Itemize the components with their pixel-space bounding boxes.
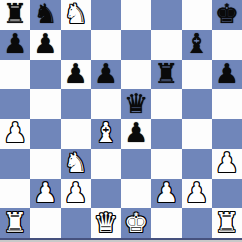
square-e2[interactable] [121, 179, 151, 209]
square-f8[interactable] [151, 0, 181, 30]
square-d5[interactable] [91, 89, 121, 119]
chess-board[interactable]: ♜♞♞♚♟♟♝♟♟♜♟♛♟♝♟♞♟♟♟♟♟♜♛♚♜ [0, 0, 242, 240]
square-b7[interactable]: ♟ [30, 30, 60, 60]
square-a4[interactable]: ♟ [0, 119, 30, 149]
square-a2[interactable] [0, 179, 30, 209]
piece-white-rook[interactable]: ♜ [215, 209, 239, 236]
piece-black-pawn[interactable]: ♟ [64, 60, 88, 87]
square-c8[interactable]: ♞ [61, 0, 91, 30]
square-h5[interactable] [212, 89, 242, 119]
square-d6[interactable]: ♟ [91, 60, 121, 90]
piece-white-bishop[interactable]: ♝ [94, 119, 118, 146]
square-b5[interactable] [30, 89, 60, 119]
square-c5[interactable] [61, 89, 91, 119]
piece-black-pawn[interactable]: ♟ [215, 60, 239, 87]
square-e8[interactable] [121, 0, 151, 30]
square-h1[interactable]: ♜ [212, 208, 242, 238]
square-e1[interactable]: ♚ [121, 208, 151, 238]
square-e4[interactable]: ♟ [121, 119, 151, 149]
square-e3[interactable] [121, 149, 151, 179]
square-b4[interactable] [30, 119, 60, 149]
square-f3[interactable] [151, 149, 181, 179]
square-b1[interactable] [30, 208, 60, 238]
square-b6[interactable] [30, 60, 60, 90]
square-h2[interactable] [212, 179, 242, 209]
square-g1[interactable] [182, 208, 212, 238]
square-d2[interactable] [91, 179, 121, 209]
piece-white-pawn[interactable]: ♟ [3, 119, 27, 146]
square-h6[interactable]: ♟ [212, 60, 242, 90]
square-c4[interactable] [61, 119, 91, 149]
square-h8[interactable]: ♚ [212, 0, 242, 30]
piece-black-pawn[interactable]: ♟ [124, 119, 148, 146]
piece-black-bishop[interactable]: ♝ [185, 30, 209, 57]
piece-black-queen[interactable]: ♛ [124, 90, 148, 117]
square-d3[interactable] [91, 149, 121, 179]
piece-white-pawn[interactable]: ♟ [64, 179, 88, 206]
piece-black-pawn[interactable]: ♟ [94, 60, 118, 87]
piece-white-pawn[interactable]: ♟ [185, 179, 209, 206]
square-f2[interactable]: ♟ [151, 179, 181, 209]
piece-white-pawn[interactable]: ♟ [154, 179, 178, 206]
square-e5[interactable]: ♛ [121, 89, 151, 119]
square-f4[interactable] [151, 119, 181, 149]
piece-white-queen[interactable]: ♛ [94, 209, 118, 236]
square-f5[interactable] [151, 89, 181, 119]
square-f7[interactable] [151, 30, 181, 60]
square-d8[interactable] [91, 0, 121, 30]
piece-black-king[interactable]: ♚ [215, 0, 239, 27]
square-a7[interactable]: ♟ [0, 30, 30, 60]
square-g2[interactable]: ♟ [182, 179, 212, 209]
square-c2[interactable]: ♟ [61, 179, 91, 209]
square-c7[interactable] [61, 30, 91, 60]
square-b8[interactable]: ♞ [30, 0, 60, 30]
square-h4[interactable] [212, 119, 242, 149]
square-a8[interactable]: ♜ [0, 0, 30, 30]
piece-white-pawn[interactable]: ♟ [215, 149, 239, 176]
square-c1[interactable] [61, 208, 91, 238]
square-h3[interactable]: ♟ [212, 149, 242, 179]
square-g4[interactable] [182, 119, 212, 149]
piece-black-knight[interactable]: ♞ [33, 0, 57, 27]
square-b2[interactable]: ♟ [30, 179, 60, 209]
piece-white-knight[interactable]: ♞ [64, 149, 88, 176]
piece-black-rook[interactable]: ♜ [3, 0, 27, 27]
piece-white-knight[interactable]: ♞ [64, 0, 88, 27]
piece-black-rook[interactable]: ♜ [154, 60, 178, 87]
piece-white-rook[interactable]: ♜ [3, 209, 27, 236]
piece-black-pawn[interactable]: ♟ [3, 30, 27, 57]
square-a6[interactable] [0, 60, 30, 90]
square-f1[interactable] [151, 208, 181, 238]
square-f6[interactable]: ♜ [151, 60, 181, 90]
square-c3[interactable]: ♞ [61, 149, 91, 179]
square-g3[interactable] [182, 149, 212, 179]
piece-white-pawn[interactable]: ♟ [33, 179, 57, 206]
square-d1[interactable]: ♛ [91, 208, 121, 238]
square-g6[interactable] [182, 60, 212, 90]
square-d4[interactable]: ♝ [91, 119, 121, 149]
square-e7[interactable] [121, 30, 151, 60]
square-h7[interactable] [212, 30, 242, 60]
square-g7[interactable]: ♝ [182, 30, 212, 60]
square-b3[interactable] [30, 149, 60, 179]
piece-black-pawn[interactable]: ♟ [33, 30, 57, 57]
square-g5[interactable] [182, 89, 212, 119]
chess-app-window: ♜♞♞♚♟♟♝♟♟♜♟♛♟♝♟♞♟♟♟♟♟♜♛♚♜ [0, 0, 242, 242]
square-e6[interactable] [121, 60, 151, 90]
square-a3[interactable] [0, 149, 30, 179]
piece-white-king[interactable]: ♚ [124, 209, 148, 236]
square-a5[interactable] [0, 89, 30, 119]
square-g8[interactable] [182, 0, 212, 30]
square-c6[interactable]: ♟ [61, 60, 91, 90]
square-a1[interactable]: ♜ [0, 208, 30, 238]
square-d7[interactable] [91, 30, 121, 60]
